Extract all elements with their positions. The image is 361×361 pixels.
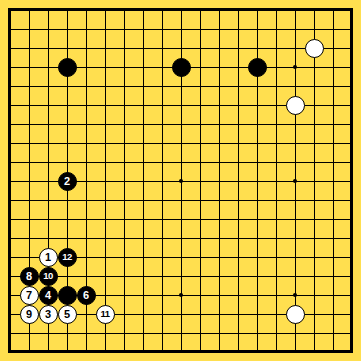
hoshi-point <box>293 293 297 297</box>
move-number: 7 <box>26 290 32 301</box>
hoshi-point <box>179 293 183 297</box>
move-number: 5 <box>64 309 70 320</box>
hoshi-point <box>293 179 297 183</box>
black-stone-d6: 12 <box>58 248 77 267</box>
black-stone-d16 <box>58 58 77 77</box>
move-number: 1 <box>45 252 51 263</box>
move-number: 11 <box>100 309 109 319</box>
hoshi-point <box>179 179 183 183</box>
black-stone-c4: 4 <box>39 286 58 305</box>
move-number: 10 <box>43 271 53 281</box>
black-stone-c5: 10 <box>39 267 58 286</box>
black-stone-o16 <box>248 58 267 77</box>
move-number: 9 <box>26 309 32 320</box>
move-number: 2 <box>64 176 70 187</box>
move-number: 3 <box>45 309 51 320</box>
move-number: 8 <box>26 271 32 282</box>
hoshi-point <box>293 65 297 69</box>
white-stone-c6: 1 <box>39 248 58 267</box>
white-stone-q3 <box>286 305 305 324</box>
black-stone-d4 <box>58 286 77 305</box>
black-stone-d10: 2 <box>58 172 77 191</box>
white-stone-f3: 11 <box>96 305 115 324</box>
white-stone-b3: 9 <box>20 305 39 324</box>
black-stone-b5: 8 <box>20 267 39 286</box>
black-stone-k16 <box>172 58 191 77</box>
white-stone-b4: 7 <box>20 286 39 305</box>
white-stone-r17 <box>305 39 324 58</box>
move-number: 12 <box>62 252 72 262</box>
white-stone-c3: 3 <box>39 305 58 324</box>
move-number: 6 <box>83 290 89 301</box>
move-number: 4 <box>45 290 51 301</box>
go-board[interactable]: 123456789101112 <box>0 0 361 361</box>
white-stone-q14 <box>286 96 305 115</box>
white-stone-d3: 5 <box>58 305 77 324</box>
black-stone-e4: 6 <box>77 286 96 305</box>
